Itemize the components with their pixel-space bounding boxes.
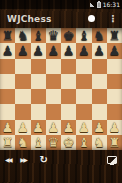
square-h6[interactable] [107,59,122,74]
piece-black-b: ♝ [32,28,44,43]
square-f6[interactable] [76,59,91,74]
piece-white-r: ♜ [109,135,121,150]
piece-black-q: ♛ [48,28,60,43]
square-b6[interactable] [15,59,30,74]
action-bar: WJChess ⋮ [0,9,122,28]
piece-black-n: ♞ [17,28,29,43]
playback-controls: ◀◀ ▶▶ ↻ [5,155,107,165]
chess-board: ♜♞♝♛♚♝♞♜♟♟♟♟♟♟♟♟♟♟♟♟♟♟♟♟♜♞♝♛♚♝♞♜ [0,28,122,150]
square-d1[interactable]: ♛ [46,135,61,150]
square-e2[interactable]: ♟ [61,120,76,135]
square-f2[interactable]: ♟ [76,120,91,135]
square-c6[interactable] [31,59,46,74]
square-f4[interactable] [76,89,91,104]
piece-black-p: ♟ [17,43,29,58]
piece-black-r: ♜ [2,28,14,43]
piece-black-b: ♝ [78,28,90,43]
restart-game-button[interactable]: ↻ [39,155,47,165]
square-h8[interactable]: ♜ [107,28,122,43]
white-turn-indicator-icon [88,15,95,22]
square-g6[interactable] [92,59,107,74]
square-d2[interactable]: ♟ [46,120,61,135]
square-a1[interactable]: ♜ [0,135,15,150]
square-a8[interactable]: ♜ [0,28,15,43]
square-h5[interactable] [107,74,122,89]
piece-black-k: ♚ [63,28,75,43]
square-g4[interactable] [92,89,107,104]
app-window: 16:31 WJChess ⋮ ♜♞♝♛♚♝♞♜♟♟♟♟♟♟♟♟♟♟♟♟♟♟♟♟… [0,0,122,183]
square-a3[interactable] [0,104,15,119]
piece-white-p: ♟ [78,120,90,135]
square-b2[interactable]: ♟ [15,120,30,135]
square-a4[interactable] [0,89,15,104]
square-g2[interactable]: ♟ [92,120,107,135]
square-g5[interactable] [92,74,107,89]
square-a5[interactable] [0,74,15,89]
square-e1[interactable]: ♚ [61,135,76,150]
square-b1[interactable]: ♞ [15,135,30,150]
square-c2[interactable]: ♟ [31,120,46,135]
bottom-toolbar: ◀◀ ▶▶ ↻ [0,152,122,167]
square-f5[interactable] [76,74,91,89]
square-c4[interactable] [31,89,46,104]
square-a6[interactable] [0,59,15,74]
square-h3[interactable] [107,104,122,119]
piece-white-p: ♟ [17,120,29,135]
app-title: WJChess [0,14,88,24]
piece-white-b: ♝ [78,135,90,150]
square-d6[interactable] [46,59,61,74]
square-c1[interactable]: ♝ [31,135,46,150]
square-a2[interactable]: ♟ [0,120,15,135]
square-g1[interactable]: ♞ [92,135,107,150]
square-b5[interactable] [15,74,30,89]
square-f7[interactable]: ♟ [76,43,91,58]
piece-black-p: ♟ [78,43,90,58]
square-g8[interactable]: ♞ [92,28,107,43]
square-e6[interactable] [61,59,76,74]
piece-black-p: ♟ [109,43,121,58]
piece-white-p: ♟ [2,120,14,135]
square-e8[interactable]: ♚ [61,28,76,43]
piece-white-r: ♜ [2,135,14,150]
square-b4[interactable] [15,89,30,104]
square-h7[interactable]: ♟ [107,43,122,58]
square-f3[interactable] [76,104,91,119]
square-e7[interactable]: ♟ [61,43,76,58]
status-bar: 16:31 [0,0,122,9]
square-f8[interactable]: ♝ [76,28,91,43]
piece-black-p: ♟ [32,43,44,58]
square-f1[interactable]: ♝ [76,135,91,150]
square-h1[interactable]: ♜ [107,135,122,150]
monitor-icon [107,156,117,164]
piece-white-n: ♞ [93,135,105,150]
piece-black-p: ♟ [48,43,60,58]
square-d3[interactable] [46,104,61,119]
square-e3[interactable] [61,104,76,119]
piece-black-p: ♟ [63,43,75,58]
piece-white-p: ♟ [109,120,121,135]
piece-black-p: ♟ [2,43,14,58]
square-c8[interactable]: ♝ [31,28,46,43]
signal-icon [90,2,95,7]
square-g7[interactable]: ♟ [92,43,107,58]
status-clock: 16:31 [103,0,120,9]
battery-icon [97,2,101,8]
square-h4[interactable] [107,89,122,104]
square-a7[interactable]: ♟ [0,43,15,58]
square-d4[interactable] [46,89,61,104]
square-b8[interactable]: ♞ [15,28,30,43]
square-e4[interactable] [61,89,76,104]
rewind-button[interactable]: ◀◀ [5,155,13,165]
square-c3[interactable] [31,104,46,119]
computer-move-button[interactable] [107,156,117,164]
fast-forward-button[interactable]: ▶▶ [20,155,28,165]
square-b7[interactable]: ♟ [15,43,30,58]
piece-white-p: ♟ [32,120,44,135]
piece-black-p: ♟ [93,43,105,58]
piece-black-r: ♜ [109,28,121,43]
piece-black-n: ♞ [93,28,105,43]
square-e5[interactable] [61,74,76,89]
piece-white-p: ♟ [48,120,60,135]
square-b3[interactable] [15,104,30,119]
piece-white-p: ♟ [93,120,105,135]
overflow-menu-icon[interactable]: ⋮ [108,14,118,24]
square-c7[interactable]: ♟ [31,43,46,58]
square-h2[interactable]: ♟ [107,120,122,135]
piece-white-p: ♟ [63,120,75,135]
piece-white-q: ♛ [48,135,60,150]
piece-white-k: ♚ [63,135,75,150]
square-d8[interactable]: ♛ [46,28,61,43]
square-d5[interactable] [46,74,61,89]
square-c5[interactable] [31,74,46,89]
piece-white-n: ♞ [17,135,29,150]
square-g3[interactable] [92,104,107,119]
piece-white-b: ♝ [32,135,44,150]
square-d7[interactable]: ♟ [46,43,61,58]
